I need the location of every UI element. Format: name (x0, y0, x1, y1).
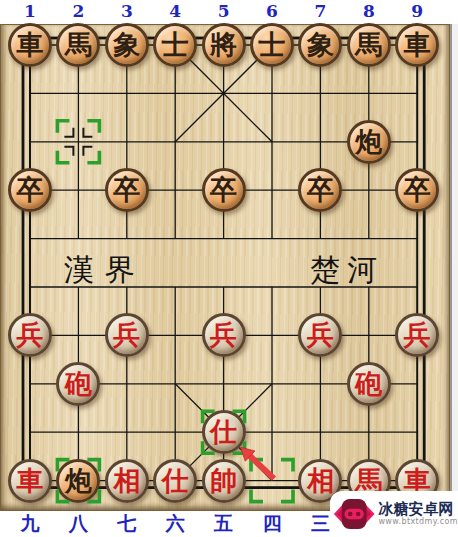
piece-black-炮-2-10[interactable]: 炮 (56, 459, 100, 503)
top-label-6: 6 (266, 3, 278, 20)
bottom-label-1: 九 (21, 514, 40, 533)
top-label-4: 4 (169, 3, 181, 20)
watermark-site-name: 冰糖安卓网 (378, 502, 458, 518)
piece-black-炮-8-3[interactable]: 炮 (347, 120, 391, 164)
piece-red-相-3-10[interactable]: 相 (105, 459, 149, 503)
top-label-7: 7 (314, 3, 326, 20)
top-label-5: 5 (218, 3, 230, 20)
river-label-hanjie: 漢界 (64, 250, 146, 291)
piece-black-卒-5-4[interactable]: 卒 (202, 168, 246, 212)
piece-red-兵-3-7[interactable]: 兵 (105, 313, 149, 357)
piece-black-士-4-1[interactable]: 士 (153, 23, 197, 67)
bottom-label-2: 八 (69, 514, 88, 533)
candy-logo-icon (333, 493, 375, 535)
piece-red-仕-5-9[interactable]: 仕 (202, 410, 246, 454)
bottom-label-7: 三 (311, 514, 330, 533)
piece-red-車-1-10[interactable]: 車 (8, 459, 52, 503)
side-panel-edge (450, 24, 458, 537)
watermark-url: www.btxtdmy.com (378, 518, 458, 526)
bottom-label-5: 五 (214, 514, 233, 533)
piece-black-士-6-1[interactable]: 士 (250, 23, 294, 67)
bottom-label-6: 四 (263, 514, 282, 533)
piece-black-車-9-1[interactable]: 車 (395, 23, 439, 67)
bottom-label-4: 六 (166, 514, 185, 533)
top-label-8: 8 (363, 3, 375, 20)
piece-red-仕-4-10[interactable]: 仕 (153, 459, 197, 503)
top-label-2: 2 (72, 3, 84, 20)
piece-black-象-3-1[interactable]: 象 (105, 23, 149, 67)
bottom-label-3: 七 (117, 514, 136, 533)
piece-black-卒-3-4[interactable]: 卒 (105, 168, 149, 212)
piece-red-兵-5-7[interactable]: 兵 (202, 313, 246, 357)
top-label-1: 1 (24, 3, 36, 20)
top-label-3: 3 (121, 3, 133, 20)
xiangqi-app: 123456789 漢界 楚河 車馬象士將士象馬車炮卒卒卒卒卒兵兵兵兵兵砲砲仕車… (0, 0, 458, 537)
piece-black-卒-1-4[interactable]: 卒 (8, 168, 52, 212)
piece-black-馬-8-1[interactable]: 馬 (347, 23, 391, 67)
river-label-chuhe: 楚河 (310, 250, 384, 291)
watermark: 冰糖安卓网 www.btxtdmy.com (330, 491, 458, 537)
piece-black-將-5-1[interactable]: 將 (202, 23, 246, 67)
piece-red-砲-8-8[interactable]: 砲 (347, 362, 391, 406)
piece-red-砲-2-8[interactable]: 砲 (56, 362, 100, 406)
piece-red-帥-5-10[interactable]: 帥 (202, 459, 246, 503)
top-label-9: 9 (411, 3, 423, 20)
piece-black-車-1-1[interactable]: 車 (8, 23, 52, 67)
